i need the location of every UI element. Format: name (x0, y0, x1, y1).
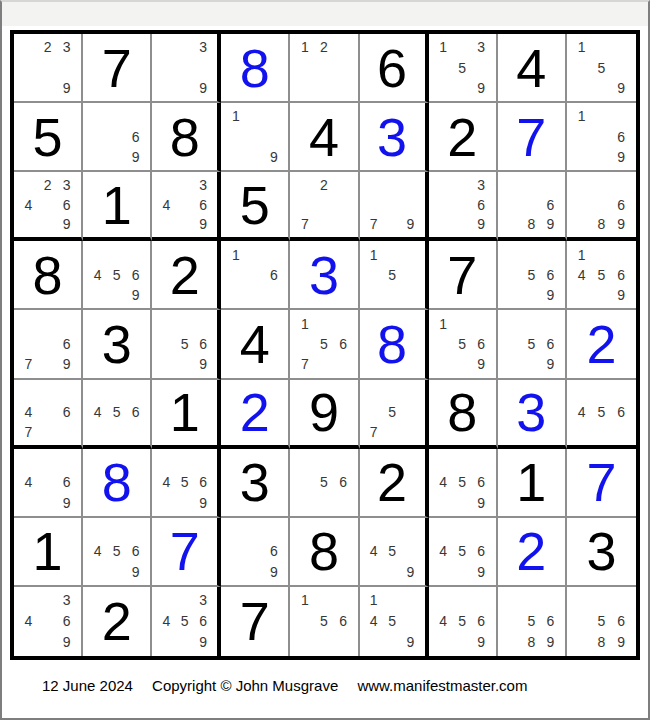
candidate-digit: 7 (19, 422, 38, 442)
cell-r3c1[interactable]: 23469 (14, 172, 83, 241)
cell-r6c3[interactable]: 1 (152, 380, 221, 449)
cell-r3c9[interactable]: 689 (567, 172, 636, 241)
candidate-digit: 5 (176, 472, 194, 492)
cell-r9c4[interactable]: 7 (221, 587, 290, 656)
candidate-digit: 4 (434, 611, 453, 632)
cell-r4c9[interactable]: 14569 (567, 241, 636, 310)
given-digit: 9 (309, 385, 339, 439)
candidate-digit: 2 (38, 175, 57, 195)
given-digit: 7 (447, 248, 477, 302)
candidate-digit: 9 (401, 562, 419, 582)
pencil-marks: 689 (567, 172, 636, 237)
solved-digit: 8 (377, 317, 407, 371)
pencil-marks: 79 (360, 172, 425, 237)
cell-r1c6[interactable]: 6 (360, 34, 429, 103)
cell-r4c7[interactable]: 7 (429, 241, 498, 310)
candidate-digit: 1 (295, 313, 314, 333)
cell-r1c8[interactable]: 4 (498, 34, 567, 103)
candidate-digit: 4 (157, 611, 175, 632)
candidate-digit: 1 (365, 244, 383, 264)
candidate-digit: 6 (472, 611, 491, 632)
candidate-digit: 9 (611, 78, 631, 98)
cell-r4c6[interactable]: 15 (360, 241, 429, 310)
pencil-marks: 679 (14, 310, 81, 377)
candidate-digit: 5 (314, 472, 333, 492)
cell-r8c6[interactable]: 459 (360, 518, 429, 587)
candidate-digit: 1 (434, 37, 453, 57)
given-digit: 1 (516, 455, 546, 509)
pencil-marks: 69 (83, 103, 150, 170)
candidate-digit: 6 (57, 334, 76, 354)
candidate-digit: 6 (57, 472, 76, 492)
candidate-digit: 5 (453, 472, 472, 492)
candidate-digit: 9 (126, 285, 145, 305)
candidate-digit: 9 (57, 492, 76, 512)
candidate-digit: 4 (19, 611, 38, 632)
candidate-digit: 6 (541, 195, 560, 215)
cell-r4c3[interactable]: 2 (152, 241, 221, 310)
candidate-digit: 7 (365, 215, 383, 235)
candidate-digit: 2 (314, 175, 333, 195)
given-digit: 7 (102, 41, 132, 95)
pencil-marks: 459 (360, 518, 425, 585)
cell-r7c4[interactable]: 3 (221, 449, 290, 518)
cell-r1c1[interactable]: 239 (14, 34, 83, 103)
cell-r2c2[interactable]: 69 (83, 103, 152, 172)
candidate-digit: 7 (295, 215, 314, 235)
candidate-digit: 5 (383, 402, 401, 422)
pencil-marks: 456 (567, 380, 636, 445)
pencil-marks: 467 (14, 380, 81, 445)
cell-r2c8[interactable]: 7 (498, 103, 567, 172)
pencil-marks: 27 (290, 172, 357, 237)
pencil-marks: 19 (221, 103, 288, 170)
candidate-digit: 5 (453, 611, 472, 632)
cell-r1c7[interactable]: 1359 (429, 34, 498, 103)
pencil-marks: 569 (498, 241, 565, 308)
candidate-digit: 2 (314, 37, 333, 57)
candidate-digit: 5 (453, 57, 472, 77)
cell-r7c1[interactable]: 469 (14, 449, 83, 518)
given-digit: 1 (170, 385, 200, 439)
cell-r4c2[interactable]: 4569 (83, 241, 152, 310)
candidate-digit: 3 (194, 37, 212, 57)
cell-r8c1[interactable]: 1 (14, 518, 83, 587)
candidate-digit: 6 (611, 402, 631, 422)
cell-r9c2[interactable]: 2 (83, 587, 152, 656)
candidate-digit: 3 (472, 175, 491, 195)
candidate-digit: 9 (401, 632, 419, 653)
candidate-digit: 9 (541, 215, 560, 235)
pencil-marks: 689 (498, 172, 565, 237)
cell-r4c5[interactable]: 3 (290, 241, 359, 310)
pencil-marks: 4569 (83, 518, 150, 585)
pencil-marks: 57 (360, 380, 425, 445)
candidate-digit: 5 (383, 265, 401, 285)
solved-digit: 7 (586, 455, 616, 509)
candidate-digit: 9 (611, 632, 631, 653)
pencil-marks: 34569 (152, 587, 217, 656)
pencil-marks: 169 (567, 103, 636, 170)
cell-r6c2[interactable]: 456 (83, 380, 152, 449)
candidate-digit: 9 (57, 354, 76, 374)
candidate-digit: 5 (522, 611, 541, 632)
candidate-digit: 9 (611, 285, 631, 305)
given-digit: 8 (309, 524, 339, 578)
candidate-digit: 4 (434, 541, 453, 561)
candidate-digit: 8 (592, 632, 612, 653)
candidate-digit: 4 (157, 195, 175, 215)
pencil-marks: 3469 (14, 587, 81, 656)
candidate-digit: 6 (264, 265, 283, 285)
given-digit: 3 (102, 317, 132, 371)
candidate-digit: 9 (472, 215, 491, 235)
cell-r6c8[interactable]: 3 (498, 380, 567, 449)
cell-r6c4[interactable]: 2 (221, 380, 290, 449)
solved-digit: 3 (377, 110, 407, 164)
candidate-digit: 6 (611, 611, 631, 632)
candidate-digit: 4 (434, 472, 453, 492)
pencil-marks: 23469 (14, 172, 81, 237)
cell-r7c7[interactable]: 4569 (429, 449, 498, 518)
pencil-marks: 469 (14, 449, 81, 516)
candidate-digit: 1 (226, 106, 245, 126)
given-digit: 8 (170, 110, 200, 164)
candidate-digit: 5 (453, 334, 472, 354)
candidate-digit: 6 (611, 195, 631, 215)
cell-r2c6[interactable]: 3 (360, 103, 429, 172)
candidate-digit: 5 (383, 611, 401, 632)
candidate-digit: 1 (572, 244, 592, 264)
given-digit: 3 (586, 524, 616, 578)
candidate-digit: 9 (264, 147, 283, 167)
cell-r6c1[interactable]: 467 (14, 380, 83, 449)
solved-digit: 3 (516, 385, 546, 439)
cell-r3c3[interactable]: 3469 (152, 172, 221, 241)
solved-digit: 7 (170, 524, 200, 578)
cell-r5c6[interactable]: 8 (360, 310, 429, 379)
footer: 12 June 2024 Copyright © John Musgrave w… (42, 677, 542, 694)
candidate-digit: 6 (194, 611, 212, 632)
cell-r9c3[interactable]: 34569 (152, 587, 221, 656)
candidate-digit: 9 (472, 632, 491, 653)
candidate-digit: 6 (472, 195, 491, 215)
cell-r3c6[interactable]: 79 (360, 172, 429, 241)
candidate-digit: 5 (592, 57, 612, 77)
candidate-digit: 1 (434, 313, 453, 333)
candidate-digit: 6 (126, 265, 145, 285)
pencil-marks: 1569 (429, 310, 496, 377)
candidate-digit: 1 (365, 590, 383, 611)
pencil-marks: 39 (152, 34, 217, 101)
candidate-digit: 3 (194, 175, 212, 195)
pencil-marks: 159 (567, 34, 636, 101)
candidate-digit: 9 (541, 285, 560, 305)
candidate-digit: 5 (107, 402, 126, 422)
candidate-digit: 6 (194, 195, 212, 215)
cell-r8c4[interactable]: 69 (221, 518, 290, 587)
candidate-digit: 9 (472, 78, 491, 98)
candidate-digit: 9 (194, 632, 212, 653)
cell-r7c5[interactable]: 56 (290, 449, 359, 518)
pencil-marks: 15 (360, 241, 425, 308)
solved-digit: 2 (516, 524, 546, 578)
given-digit: 5 (33, 110, 63, 164)
pencil-marks: 4569 (429, 587, 496, 656)
candidate-digit: 9 (194, 354, 212, 374)
candidate-digit: 6 (334, 334, 353, 354)
candidate-digit: 6 (334, 472, 353, 492)
candidate-digit: 9 (194, 78, 212, 98)
cell-r9c7[interactable]: 4569 (429, 587, 498, 656)
candidate-digit: 6 (611, 265, 631, 285)
candidate-digit: 6 (611, 126, 631, 146)
candidate-digit: 9 (611, 215, 631, 235)
candidate-digit: 5 (383, 541, 401, 561)
candidate-digit: 3 (57, 37, 76, 57)
solved-digit: 3 (309, 248, 339, 302)
cell-r1c2[interactable]: 7 (83, 34, 152, 103)
cell-r9c9[interactable]: 5689 (567, 587, 636, 656)
cell-r6c6[interactable]: 57 (360, 380, 429, 449)
candidate-digit: 7 (19, 354, 38, 374)
candidate-digit: 6 (541, 611, 560, 632)
given-digit: 6 (377, 41, 407, 95)
sudoku-board: 2397398126135941595698194327169234691346… (10, 30, 640, 660)
candidate-digit: 4 (365, 541, 383, 561)
candidate-digit: 5 (522, 265, 541, 285)
cell-r5c1[interactable]: 679 (14, 310, 83, 379)
cell-r9c5[interactable]: 156 (290, 587, 359, 656)
cell-r2c9[interactable]: 169 (567, 103, 636, 172)
cell-r2c3[interactable]: 8 (152, 103, 221, 172)
cell-r5c5[interactable]: 1567 (290, 310, 359, 379)
solved-digit: 7 (516, 110, 546, 164)
pencil-marks: 156 (290, 587, 357, 656)
cell-r1c3[interactable]: 39 (152, 34, 221, 103)
given-digit: 8 (447, 385, 477, 439)
candidate-digit: 5 (453, 541, 472, 561)
cell-r7c8[interactable]: 1 (498, 449, 567, 518)
candidate-digit: 9 (472, 492, 491, 512)
candidate-digit: 3 (472, 37, 491, 57)
given-digit: 7 (240, 594, 270, 648)
pencil-marks: 4569 (429, 518, 496, 585)
sudoku-page: 2397398126135941595698194327169234691346… (0, 0, 650, 720)
cell-r8c2[interactable]: 4569 (83, 518, 152, 587)
cell-r4c1[interactable]: 8 (14, 241, 83, 310)
solved-digit: 8 (102, 455, 132, 509)
cell-r5c3[interactable]: 569 (152, 310, 221, 379)
cell-r5c4[interactable]: 4 (221, 310, 290, 379)
cell-r3c8[interactable]: 689 (498, 172, 567, 241)
candidate-digit: 5 (176, 334, 194, 354)
pencil-marks: 69 (221, 518, 288, 585)
cell-r8c5[interactable]: 8 (290, 518, 359, 587)
pencil-marks: 4569 (429, 449, 496, 516)
given-digit: 5 (240, 178, 270, 232)
candidate-digit: 5 (592, 265, 612, 285)
solved-digit: 2 (240, 385, 270, 439)
candidate-digit: 8 (592, 215, 612, 235)
candidate-digit: 3 (57, 590, 76, 611)
candidate-digit: 8 (522, 632, 541, 653)
candidate-digit: 9 (472, 354, 491, 374)
cell-r1c9[interactable]: 159 (567, 34, 636, 103)
given-digit: 4 (516, 41, 546, 95)
pencil-marks: 569 (152, 310, 217, 377)
candidate-digit: 4 (19, 472, 38, 492)
cell-r3c2[interactable]: 1 (83, 172, 152, 241)
candidate-digit: 6 (334, 611, 353, 632)
cell-r5c7[interactable]: 1569 (429, 310, 498, 379)
candidate-digit: 6 (57, 402, 76, 422)
pencil-marks: 56 (290, 449, 357, 516)
candidate-digit: 9 (57, 215, 76, 235)
pencil-marks: 5689 (498, 587, 565, 656)
candidate-digit: 6 (57, 195, 76, 215)
cell-r3c4[interactable]: 5 (221, 172, 290, 241)
candidate-digit: 4 (157, 472, 175, 492)
cell-r5c9[interactable]: 2 (567, 310, 636, 379)
cell-r5c8[interactable]: 569 (498, 310, 567, 379)
candidate-digit: 5 (314, 334, 333, 354)
candidate-digit: 9 (401, 215, 419, 235)
cell-r2c1[interactable]: 5 (14, 103, 83, 172)
candidate-digit: 6 (126, 402, 145, 422)
candidate-digit: 6 (472, 541, 491, 561)
candidate-digit: 5 (107, 541, 126, 561)
candidate-digit: 6 (126, 541, 145, 561)
candidate-digit: 1 (295, 590, 314, 611)
pencil-marks: 14569 (567, 241, 636, 308)
candidate-digit: 9 (57, 632, 76, 653)
cell-r7c3[interactable]: 4569 (152, 449, 221, 518)
candidate-digit: 1 (226, 244, 245, 264)
candidate-digit: 9 (194, 492, 212, 512)
cell-r6c7[interactable]: 8 (429, 380, 498, 449)
cell-r3c7[interactable]: 369 (429, 172, 498, 241)
candidate-digit: 3 (194, 590, 212, 611)
cell-r4c4[interactable]: 16 (221, 241, 290, 310)
candidate-digit: 4 (88, 402, 107, 422)
pencil-marks: 369 (429, 172, 496, 237)
given-digit: 3 (240, 455, 270, 509)
cell-r6c5[interactable]: 9 (290, 380, 359, 449)
cell-r6c9[interactable]: 456 (567, 380, 636, 449)
given-digit: 4 (309, 110, 339, 164)
candidate-digit: 1 (572, 37, 592, 57)
cell-r2c4[interactable]: 19 (221, 103, 290, 172)
given-digit: 8 (33, 248, 63, 302)
candidate-digit: 6 (126, 126, 145, 146)
solved-digit: 8 (240, 41, 270, 95)
cell-r1c5[interactable]: 12 (290, 34, 359, 103)
candidate-digit: 6 (194, 472, 212, 492)
given-digit: 2 (170, 248, 200, 302)
candidate-digit: 5 (592, 402, 612, 422)
candidate-digit: 6 (264, 541, 283, 561)
cell-r8c8[interactable]: 2 (498, 518, 567, 587)
candidate-digit: 9 (126, 147, 145, 167)
solved-digit: 2 (586, 317, 616, 371)
pencil-marks: 1359 (429, 34, 496, 101)
cell-r7c9[interactable]: 7 (567, 449, 636, 518)
footer-date: 12 June 2024 (42, 677, 133, 694)
cell-r8c3[interactable]: 7 (152, 518, 221, 587)
candidate-digit: 2 (38, 37, 57, 57)
cell-r8c9[interactable]: 3 (567, 518, 636, 587)
candidate-digit: 6 (541, 334, 560, 354)
candidate-digit: 5 (592, 611, 612, 632)
cell-r7c6[interactable]: 2 (360, 449, 429, 518)
candidate-digit: 4 (19, 195, 38, 215)
candidate-digit: 4 (572, 402, 592, 422)
candidate-digit: 9 (611, 147, 631, 167)
pencil-marks: 16 (221, 241, 288, 308)
pencil-marks: 4569 (83, 241, 150, 308)
candidate-digit: 5 (176, 611, 194, 632)
given-digit: 2 (102, 594, 132, 648)
cell-r3c5[interactable]: 27 (290, 172, 359, 241)
candidate-digit: 5 (522, 334, 541, 354)
cell-r9c6[interactable]: 1459 (360, 587, 429, 656)
candidate-digit: 9 (57, 78, 76, 98)
cell-r9c1[interactable]: 3469 (14, 587, 83, 656)
footer-copyright: Copyright © John Musgrave (152, 677, 338, 694)
top-band (2, 2, 648, 26)
cell-r7c2[interactable]: 8 (83, 449, 152, 518)
candidate-digit: 7 (365, 422, 383, 442)
candidate-digit: 4 (88, 541, 107, 561)
candidate-digit: 4 (88, 265, 107, 285)
candidate-digit: 6 (57, 611, 76, 632)
candidate-digit: 9 (264, 562, 283, 582)
cell-r2c7[interactable]: 2 (429, 103, 498, 172)
candidate-digit: 9 (541, 632, 560, 653)
candidate-digit: 4 (19, 402, 38, 422)
cell-r1c4[interactable]: 8 (221, 34, 290, 103)
given-digit: 1 (33, 524, 63, 578)
pencil-marks: 5689 (567, 587, 636, 656)
pencil-marks: 12 (290, 34, 357, 101)
candidate-digit: 6 (541, 265, 560, 285)
pencil-marks: 1459 (360, 587, 425, 656)
cell-r2c5[interactable]: 4 (290, 103, 359, 172)
candidate-digit: 9 (194, 215, 212, 235)
candidate-digit: 9 (126, 562, 145, 582)
given-digit: 2 (377, 455, 407, 509)
candidate-digit: 9 (541, 354, 560, 374)
candidate-digit: 4 (365, 611, 383, 632)
footer-website: www.manifestmaster.com (357, 677, 527, 694)
cell-r9c8[interactable]: 5689 (498, 587, 567, 656)
candidate-digit: 6 (472, 334, 491, 354)
candidate-digit: 5 (107, 265, 126, 285)
pencil-marks: 3469 (152, 172, 217, 237)
cell-r5c2[interactable]: 3 (83, 310, 152, 379)
given-digit: 1 (102, 178, 132, 232)
cell-r4c8[interactable]: 569 (498, 241, 567, 310)
candidate-digit: 6 (472, 472, 491, 492)
candidate-digit: 1 (295, 37, 314, 57)
given-digit: 4 (240, 317, 270, 371)
given-digit: 2 (447, 110, 477, 164)
candidate-digit: 1 (572, 106, 592, 126)
cell-r8c7[interactable]: 4569 (429, 518, 498, 587)
pencil-marks: 569 (498, 310, 565, 377)
candidate-digit: 5 (314, 611, 333, 632)
